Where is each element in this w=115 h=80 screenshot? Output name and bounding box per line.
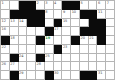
clue-number: 26: [2, 62, 6, 66]
white-cell[interactable]: [27, 36, 36, 45]
white-cell[interactable]: 30: [54, 71, 63, 80]
white-cell[interactable]: [106, 45, 115, 54]
white-cell[interactable]: 17: [54, 27, 63, 36]
clue-number: 8: [45, 10, 47, 14]
white-cell[interactable]: 15: [62, 19, 71, 28]
clue-number: 30: [54, 71, 58, 75]
white-cell[interactable]: [27, 45, 36, 54]
clue-number: 17: [54, 27, 58, 31]
white-cell[interactable]: [80, 62, 89, 71]
clue-number: 4: [54, 1, 56, 5]
black-cell: [1, 36, 10, 45]
white-cell[interactable]: [89, 54, 98, 63]
black-cell: [36, 19, 45, 28]
white-cell[interactable]: [80, 45, 89, 54]
white-cell[interactable]: [62, 62, 71, 71]
clue-number: 25: [45, 54, 49, 58]
clue-number: 6: [98, 1, 100, 5]
white-cell[interactable]: [71, 54, 80, 63]
black-cell: [97, 19, 106, 28]
clue-number: 20: [80, 36, 84, 40]
white-cell[interactable]: [27, 62, 36, 71]
clue-number: 21: [89, 36, 93, 40]
clue-number: 28: [37, 62, 41, 66]
white-cell[interactable]: [19, 62, 28, 71]
white-cell[interactable]: [80, 19, 89, 28]
white-cell[interactable]: [10, 1, 19, 10]
black-cell: [10, 10, 19, 19]
black-cell: [71, 36, 80, 45]
white-cell[interactable]: 12: [1, 19, 10, 28]
clue-number: 24: [19, 54, 23, 58]
white-cell[interactable]: 1: [1, 1, 10, 10]
white-cell[interactable]: [45, 19, 54, 28]
white-cell[interactable]: [54, 62, 63, 71]
white-cell[interactable]: [1, 54, 10, 63]
clue-number: 31: [98, 71, 102, 75]
clue-number: 18: [10, 36, 14, 40]
black-cell: [54, 19, 63, 28]
clue-number: 16: [2, 27, 6, 31]
clue-number: 23: [63, 45, 67, 49]
white-cell[interactable]: [71, 71, 80, 80]
white-cell[interactable]: [62, 36, 71, 45]
black-cell: [27, 1, 36, 10]
white-cell[interactable]: 10: [71, 10, 80, 19]
clue-number: 13: [10, 19, 14, 23]
white-cell[interactable]: 14: [19, 19, 28, 28]
black-cell: [45, 27, 54, 36]
white-cell[interactable]: 26: [1, 62, 10, 71]
clue-number: 15: [63, 19, 67, 23]
white-cell[interactable]: [10, 45, 19, 54]
white-cell[interactable]: [62, 71, 71, 80]
white-cell[interactable]: 18: [10, 36, 19, 45]
white-cell[interactable]: [106, 36, 115, 45]
clue-number: 29: [19, 71, 23, 75]
white-cell[interactable]: [71, 62, 80, 71]
white-cell[interactable]: [97, 62, 106, 71]
black-cell: [19, 10, 28, 19]
white-cell[interactable]: [27, 27, 36, 36]
black-cell: [97, 36, 106, 45]
clue-number: 3: [45, 1, 47, 5]
black-cell: [71, 1, 80, 10]
white-cell[interactable]: 16: [1, 27, 10, 36]
white-cell[interactable]: [89, 45, 98, 54]
crossword-grid: 1234567891011121314151617181920212223242…: [0, 0, 115, 80]
clue-number: 22: [2, 45, 6, 49]
white-cell[interactable]: [45, 62, 54, 71]
white-cell[interactable]: [45, 45, 54, 54]
white-cell[interactable]: [80, 54, 89, 63]
black-cell: [19, 1, 28, 10]
clue-number: 1: [2, 1, 4, 5]
black-cell: [10, 71, 19, 80]
white-cell[interactable]: [1, 71, 10, 80]
white-cell[interactable]: 3: [45, 1, 54, 10]
white-cell[interactable]: [36, 45, 45, 54]
white-cell[interactable]: 2: [36, 1, 45, 10]
clue-number: 14: [19, 19, 23, 23]
white-cell[interactable]: [106, 19, 115, 28]
clue-number: 10: [72, 10, 76, 14]
white-cell[interactable]: [106, 54, 115, 63]
black-cell: [36, 36, 45, 45]
white-cell[interactable]: [1, 10, 10, 19]
white-cell[interactable]: 31: [97, 71, 106, 80]
white-cell[interactable]: [36, 27, 45, 36]
white-cell[interactable]: 8: [45, 10, 54, 19]
black-cell: [89, 71, 98, 80]
clue-number: 11: [98, 10, 102, 14]
black-cell: [54, 45, 63, 54]
black-cell: [27, 19, 36, 28]
white-cell[interactable]: [106, 62, 115, 71]
white-cell[interactable]: 13: [10, 19, 19, 28]
white-cell[interactable]: 5: [80, 1, 89, 10]
clue-number: 5: [80, 1, 82, 5]
white-cell[interactable]: [54, 54, 63, 63]
clue-number: 9: [63, 10, 65, 14]
black-cell: [80, 71, 89, 80]
black-cell: [36, 10, 45, 19]
white-cell[interactable]: 27: [10, 62, 19, 71]
black-cell: [97, 27, 106, 36]
white-cell[interactable]: 22: [1, 45, 10, 54]
highlighted-clue-number: 19: [45, 36, 50, 40]
black-cell: [27, 10, 36, 19]
black-cell: [89, 19, 98, 28]
black-cell: [45, 71, 54, 80]
white-cell[interactable]: 24: [19, 54, 28, 63]
white-cell[interactable]: [27, 71, 36, 80]
clue-number: 2: [37, 1, 39, 5]
black-cell: [36, 54, 45, 63]
white-cell[interactable]: [71, 19, 80, 28]
black-cell: [62, 1, 71, 10]
white-cell[interactable]: [19, 36, 28, 45]
white-cell[interactable]: 7: [106, 1, 115, 10]
black-cell: [89, 10, 98, 19]
black-cell: [80, 10, 89, 19]
white-cell[interactable]: [19, 45, 28, 54]
white-cell[interactable]: 25: [45, 54, 54, 63]
black-cell: [10, 54, 19, 63]
white-cell[interactable]: 21: [89, 36, 98, 45]
white-cell[interactable]: 20: [80, 36, 89, 45]
white-cell[interactable]: 29: [19, 71, 28, 80]
clue-number: 7: [107, 1, 109, 5]
white-cell[interactable]: [36, 71, 45, 80]
clue-number: 27: [10, 62, 14, 66]
white-cell[interactable]: [97, 45, 106, 54]
white-cell[interactable]: [10, 27, 19, 36]
white-cell[interactable]: [89, 1, 98, 10]
white-cell[interactable]: [62, 27, 71, 36]
black-cell: [89, 27, 98, 36]
white-cell[interactable]: 11: [97, 10, 106, 19]
white-cell[interactable]: [62, 54, 71, 63]
white-cell[interactable]: 23: [62, 45, 71, 54]
white-cell[interactable]: [97, 54, 106, 63]
white-cell[interactable]: [89, 62, 98, 71]
white-cell[interactable]: [106, 10, 115, 19]
white-cell[interactable]: [54, 36, 63, 45]
white-cell[interactable]: [54, 10, 63, 19]
white-cell[interactable]: 28: [36, 62, 45, 71]
black-cell: [80, 27, 89, 36]
white-cell[interactable]: 19: [45, 36, 54, 45]
clue-number: 12: [2, 19, 6, 23]
white-cell[interactable]: [106, 27, 115, 36]
white-cell[interactable]: [27, 54, 36, 63]
white-cell[interactable]: 6: [97, 1, 106, 10]
white-cell[interactable]: [106, 71, 115, 80]
white-cell[interactable]: [71, 27, 80, 36]
white-cell[interactable]: [71, 45, 80, 54]
white-cell[interactable]: [19, 27, 28, 36]
white-cell[interactable]: 9: [62, 10, 71, 19]
white-cell[interactable]: 4: [54, 1, 63, 10]
